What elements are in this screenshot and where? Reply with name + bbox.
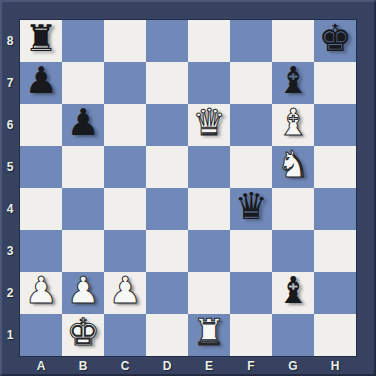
square-g2[interactable]: ♝ bbox=[272, 272, 314, 314]
square-c4[interactable] bbox=[104, 188, 146, 230]
square-b3[interactable] bbox=[62, 230, 104, 272]
rank-label-4: 4 bbox=[0, 188, 20, 230]
square-c3[interactable] bbox=[104, 230, 146, 272]
rank-label-2: 2 bbox=[0, 272, 20, 314]
square-e1[interactable]: ♜ bbox=[188, 314, 230, 356]
square-b5[interactable] bbox=[62, 146, 104, 188]
file-label-c: C bbox=[104, 357, 146, 375]
piece-black-king-h8[interactable]: ♚ bbox=[318, 18, 351, 60]
square-a6[interactable] bbox=[20, 104, 62, 146]
file-label-e: E bbox=[188, 357, 230, 375]
square-d2[interactable] bbox=[146, 272, 188, 314]
board-frame: 87654321 ♜♚♟♝♟♛♝♞♛♟♟♟♝♚♜ ABCDEFGH bbox=[0, 0, 376, 376]
square-c5[interactable] bbox=[104, 146, 146, 188]
file-label-d: D bbox=[146, 357, 188, 375]
square-f4[interactable]: ♛ bbox=[230, 188, 272, 230]
piece-black-rook-a8[interactable]: ♜ bbox=[24, 18, 57, 60]
square-h8[interactable]: ♚ bbox=[314, 20, 356, 62]
square-a5[interactable] bbox=[20, 146, 62, 188]
square-c7[interactable] bbox=[104, 62, 146, 104]
square-c2[interactable]: ♟ bbox=[104, 272, 146, 314]
piece-black-queen-f4[interactable]: ♛ bbox=[234, 186, 267, 228]
rank-label-1: 1 bbox=[0, 314, 20, 356]
square-b7[interactable] bbox=[62, 62, 104, 104]
square-a3[interactable] bbox=[20, 230, 62, 272]
square-e7[interactable] bbox=[188, 62, 230, 104]
piece-white-bishop-g6[interactable]: ♝ bbox=[276, 102, 309, 144]
piece-white-king-b1[interactable]: ♚ bbox=[66, 312, 99, 354]
square-c6[interactable] bbox=[104, 104, 146, 146]
file-label-a: A bbox=[20, 357, 62, 375]
square-b2[interactable]: ♟ bbox=[62, 272, 104, 314]
piece-black-pawn-a7[interactable]: ♟ bbox=[24, 60, 57, 102]
file-label-g: G bbox=[272, 357, 314, 375]
square-f6[interactable] bbox=[230, 104, 272, 146]
square-f7[interactable] bbox=[230, 62, 272, 104]
square-d3[interactable] bbox=[146, 230, 188, 272]
square-f3[interactable] bbox=[230, 230, 272, 272]
piece-black-bishop-g7[interactable]: ♝ bbox=[276, 60, 309, 102]
square-g3[interactable] bbox=[272, 230, 314, 272]
piece-white-pawn-c2[interactable]: ♟ bbox=[108, 270, 141, 312]
file-label-h: H bbox=[314, 357, 356, 375]
square-d7[interactable] bbox=[146, 62, 188, 104]
board: ♜♚♟♝♟♛♝♞♛♟♟♟♝♚♜ bbox=[20, 20, 356, 356]
square-a1[interactable] bbox=[20, 314, 62, 356]
square-e8[interactable] bbox=[188, 20, 230, 62]
rank-labels: 87654321 bbox=[0, 20, 20, 356]
piece-white-queen-e6[interactable]: ♛ bbox=[192, 102, 225, 144]
piece-black-bishop-g2[interactable]: ♝ bbox=[276, 270, 309, 312]
square-e6[interactable]: ♛ bbox=[188, 104, 230, 146]
square-h2[interactable] bbox=[314, 272, 356, 314]
square-b8[interactable] bbox=[62, 20, 104, 62]
square-h1[interactable] bbox=[314, 314, 356, 356]
square-f1[interactable] bbox=[230, 314, 272, 356]
square-g5[interactable]: ♞ bbox=[272, 146, 314, 188]
square-d4[interactable] bbox=[146, 188, 188, 230]
square-e5[interactable] bbox=[188, 146, 230, 188]
square-h7[interactable] bbox=[314, 62, 356, 104]
square-a8[interactable]: ♜ bbox=[20, 20, 62, 62]
square-e2[interactable] bbox=[188, 272, 230, 314]
rank-label-6: 6 bbox=[0, 104, 20, 146]
square-h3[interactable] bbox=[314, 230, 356, 272]
square-h6[interactable] bbox=[314, 104, 356, 146]
file-label-f: F bbox=[230, 357, 272, 375]
square-h4[interactable] bbox=[314, 188, 356, 230]
square-d1[interactable] bbox=[146, 314, 188, 356]
square-c8[interactable] bbox=[104, 20, 146, 62]
square-f5[interactable] bbox=[230, 146, 272, 188]
square-d5[interactable] bbox=[146, 146, 188, 188]
square-g4[interactable] bbox=[272, 188, 314, 230]
square-c1[interactable] bbox=[104, 314, 146, 356]
square-b4[interactable] bbox=[62, 188, 104, 230]
square-a4[interactable] bbox=[20, 188, 62, 230]
square-f8[interactable] bbox=[230, 20, 272, 62]
square-b6[interactable]: ♟ bbox=[62, 104, 104, 146]
piece-white-rook-e1[interactable]: ♜ bbox=[192, 312, 225, 354]
rank-label-8: 8 bbox=[0, 20, 20, 62]
square-h5[interactable] bbox=[314, 146, 356, 188]
piece-black-pawn-b6[interactable]: ♟ bbox=[66, 102, 99, 144]
square-g6[interactable]: ♝ bbox=[272, 104, 314, 146]
rank-label-7: 7 bbox=[0, 62, 20, 104]
piece-white-pawn-b2[interactable]: ♟ bbox=[66, 270, 99, 312]
square-e4[interactable] bbox=[188, 188, 230, 230]
file-label-b: B bbox=[62, 357, 104, 375]
square-g7[interactable]: ♝ bbox=[272, 62, 314, 104]
piece-white-pawn-a2[interactable]: ♟ bbox=[24, 270, 57, 312]
square-e3[interactable] bbox=[188, 230, 230, 272]
square-d8[interactable] bbox=[146, 20, 188, 62]
square-g1[interactable] bbox=[272, 314, 314, 356]
rank-label-5: 5 bbox=[0, 146, 20, 188]
square-d6[interactable] bbox=[146, 104, 188, 146]
square-g8[interactable] bbox=[272, 20, 314, 62]
piece-white-knight-g5[interactable]: ♞ bbox=[276, 144, 309, 186]
rank-label-3: 3 bbox=[0, 230, 20, 272]
square-b1[interactable]: ♚ bbox=[62, 314, 104, 356]
square-a2[interactable]: ♟ bbox=[20, 272, 62, 314]
square-f2[interactable] bbox=[230, 272, 272, 314]
square-a7[interactable]: ♟ bbox=[20, 62, 62, 104]
file-labels: ABCDEFGH bbox=[20, 357, 356, 375]
